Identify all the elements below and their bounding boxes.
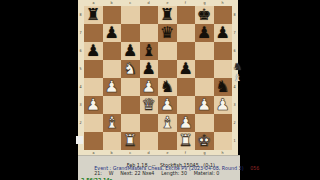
video-frame: abcdefgh 87654321 87654321 abcdefgh ♜♜♚♟… <box>0 0 320 180</box>
square-e7[interactable]: ♛ <box>158 24 177 42</box>
square-a8[interactable]: ♜ <box>84 6 103 24</box>
coord-label: d <box>148 1 150 4</box>
chess-app-content: abcdefgh 87654321 87654321 abcdefgh ♜♜♚♟… <box>78 0 240 180</box>
black-pawn: ♟ <box>105 24 119 42</box>
coord-label: 7 <box>234 31 236 34</box>
square-b7[interactable]: ♟ <box>103 24 122 42</box>
white-rook: ♜ <box>179 132 193 150</box>
chess-board[interactable]: ♜♜♚♟♛♟♟♟♟♝♞♟♟♟♟♞♞♟♛♟♟♟♝♝♟♜♜♚ <box>84 6 232 150</box>
square-f8[interactable] <box>177 6 196 24</box>
square-g6[interactable] <box>195 42 214 60</box>
square-a5[interactable] <box>84 60 103 78</box>
coord-label: 1 <box>234 139 236 142</box>
coord-label: h <box>222 1 224 4</box>
white-pawn: ♟ <box>160 96 174 114</box>
square-e5[interactable] <box>158 60 177 78</box>
square-h3[interactable]: ♟ <box>214 96 233 114</box>
black-pawn: ♟ <box>216 24 230 42</box>
square-g4[interactable] <box>195 78 214 96</box>
coord-label: c <box>129 1 131 4</box>
square-f1[interactable]: ♜ <box>177 132 196 150</box>
square-h6[interactable] <box>214 42 233 60</box>
white-pawn: ♟ <box>142 78 156 96</box>
square-g8[interactable]: ♚ <box>195 6 214 24</box>
square-h4[interactable]: ♞ <box>214 78 233 96</box>
coord-label: 4 <box>80 85 82 88</box>
material-tray: ♞ ♝ <box>233 62 247 86</box>
square-a7[interactable] <box>84 24 103 42</box>
black-pawn: ♟ <box>197 24 211 42</box>
coord-label: 7 <box>80 31 82 34</box>
coord-label: 3 <box>234 103 236 106</box>
coord-label: f <box>185 151 186 154</box>
square-d7[interactable] <box>140 24 159 42</box>
square-c3[interactable] <box>121 96 140 114</box>
square-a6[interactable]: ♟ <box>84 42 103 60</box>
white-knight: ♞ <box>123 60 137 78</box>
black-knight: ♞ <box>160 78 174 96</box>
square-c8[interactable] <box>121 6 140 24</box>
square-h2[interactable] <box>214 114 233 132</box>
square-a4[interactable] <box>84 78 103 96</box>
engine-eval: -2.56/22 14s <box>79 178 112 180</box>
square-a1[interactable] <box>84 132 103 150</box>
black-knight: ♞ <box>216 78 230 96</box>
square-b3[interactable] <box>103 96 122 114</box>
game-number: 056 <box>250 165 259 170</box>
square-d5[interactable]: ♟ <box>140 60 159 78</box>
coord-label: f <box>185 1 186 4</box>
square-h7[interactable]: ♟ <box>214 24 233 42</box>
square-h1[interactable] <box>214 132 233 150</box>
white-queen: ♛ <box>142 96 156 114</box>
square-c6[interactable]: ♟ <box>121 42 140 60</box>
black-pawn: ♟ <box>142 60 156 78</box>
square-c5[interactable]: ♞ <box>121 60 140 78</box>
square-h5[interactable] <box>214 60 233 78</box>
square-e1[interactable] <box>158 132 177 150</box>
white-king: ♚ <box>197 132 211 150</box>
black-queen: ♛ <box>160 24 174 42</box>
square-f2[interactable]: ♟ <box>177 114 196 132</box>
square-f3[interactable] <box>177 96 196 114</box>
coord-label: a <box>92 1 94 4</box>
coord-label: d <box>148 151 150 154</box>
black-pawn: ♟ <box>123 42 137 60</box>
square-c4[interactable] <box>121 78 140 96</box>
engine-eval-line: -2.56/22 14s <box>79 171 239 177</box>
square-a2[interactable] <box>84 114 103 132</box>
square-d3[interactable]: ♛ <box>140 96 159 114</box>
square-f7[interactable] <box>177 24 196 42</box>
coord-label: e <box>166 1 168 4</box>
white-pawn: ♟ <box>197 96 211 114</box>
edge-marker <box>76 136 83 144</box>
square-e3[interactable]: ♟ <box>158 96 177 114</box>
white-pawn: ♟ <box>179 114 193 132</box>
white-bishop: ♝ <box>160 114 174 132</box>
square-b2[interactable]: ♝ <box>103 114 122 132</box>
square-c1[interactable]: ♜ <box>121 132 140 150</box>
square-d2[interactable] <box>140 114 159 132</box>
white-pawn: ♟ <box>216 96 230 114</box>
coord-label: 8 <box>80 13 82 16</box>
square-g5[interactable] <box>195 60 214 78</box>
black-pawn: ♟ <box>179 60 193 78</box>
square-e4[interactable]: ♞ <box>158 78 177 96</box>
square-a3[interactable]: ♟ <box>84 96 103 114</box>
square-g7[interactable]: ♟ <box>195 24 214 42</box>
coord-label: 5 <box>80 67 82 70</box>
white-bishop: ♝ <box>105 114 119 132</box>
coord-label: 8 <box>234 13 236 16</box>
square-b1[interactable] <box>103 132 122 150</box>
square-e2[interactable]: ♝ <box>158 114 177 132</box>
square-f4[interactable] <box>177 78 196 96</box>
black-pawn: ♟ <box>86 42 100 60</box>
coord-label: b <box>111 1 113 4</box>
square-h8[interactable] <box>214 6 233 24</box>
coord-label: 6 <box>80 49 82 52</box>
square-f5[interactable]: ♟ <box>177 60 196 78</box>
white-rook: ♜ <box>123 132 137 150</box>
game-info-footer: Feb 1.18 -- Stockfish 15045 (0-1) Event … <box>78 155 240 180</box>
black-rook: ♜ <box>86 6 100 24</box>
board-frame: abcdefgh 87654321 87654321 abcdefgh ♜♜♚♟… <box>78 0 238 155</box>
square-e6[interactable] <box>158 42 177 60</box>
white-bishop-icon: ♝ <box>233 73 242 83</box>
square-b4[interactable]: ♟ <box>103 78 122 96</box>
coord-label: 6 <box>234 49 236 52</box>
square-d8[interactable] <box>140 6 159 24</box>
square-f6[interactable] <box>177 42 196 60</box>
square-g2[interactable] <box>195 114 214 132</box>
white-pawn: ♟ <box>86 96 100 114</box>
square-g3[interactable]: ♟ <box>195 96 214 114</box>
black-king: ♚ <box>197 6 211 24</box>
square-b5[interactable] <box>103 60 122 78</box>
square-e8[interactable]: ♜ <box>158 6 177 24</box>
square-c7[interactable] <box>121 24 140 42</box>
white-pawn: ♟ <box>105 78 119 96</box>
black-bishop: ♝ <box>142 42 156 60</box>
coord-label: 2 <box>234 121 236 124</box>
black-rook: ♜ <box>160 6 174 24</box>
coord-label: a <box>92 151 94 154</box>
coord-label: 3 <box>80 103 82 106</box>
square-b8[interactable] <box>103 6 122 24</box>
square-g1[interactable]: ♚ <box>195 132 214 150</box>
coord-label: h <box>222 151 224 154</box>
coord-label: b <box>111 151 113 154</box>
black-knight-icon: ♞ <box>233 62 242 72</box>
coord-label: c <box>129 151 131 154</box>
coord-label: g <box>203 1 205 4</box>
coord-label: g <box>203 151 205 154</box>
square-c2[interactable] <box>121 114 140 132</box>
square-d1[interactable] <box>140 132 159 150</box>
square-b6[interactable] <box>103 42 122 60</box>
square-d6[interactable]: ♝ <box>140 42 159 60</box>
square-d4[interactable]: ♟ <box>140 78 159 96</box>
coord-label: e <box>166 151 168 154</box>
coord-label: 2 <box>80 121 82 124</box>
